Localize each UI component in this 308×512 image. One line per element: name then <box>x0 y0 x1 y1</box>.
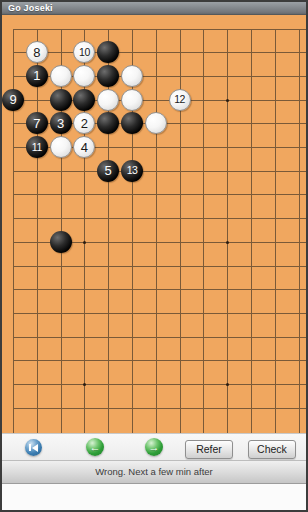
stone-black <box>50 89 72 111</box>
grid-line-v <box>37 29 38 434</box>
stone-black-move-7: 7 <box>26 112 48 134</box>
stone-black-move-3: 3 <box>50 112 72 134</box>
grid-line-h <box>13 337 306 338</box>
skip-to-start-icon <box>29 444 38 452</box>
grid-line-h <box>13 29 306 30</box>
grid-line-v <box>299 29 300 434</box>
move-number: 13 <box>127 165 138 176</box>
grid-line-v <box>275 29 276 434</box>
star-point <box>226 99 229 102</box>
stone-black-move-13: 13 <box>121 160 143 182</box>
stone-white-move-10: 10 <box>73 41 95 63</box>
nav-bar: ← → Refer Check <box>2 433 306 460</box>
grid-line-h <box>13 384 306 385</box>
stone-white-move-8: 8 <box>26 41 48 63</box>
stone-black <box>97 112 119 134</box>
grid-line-v <box>156 29 157 434</box>
grid-line-h <box>13 408 306 409</box>
next-move-button[interactable]: → <box>145 438 163 456</box>
stone-white <box>50 65 72 87</box>
move-number: 7 <box>33 117 40 130</box>
move-number: 1 <box>33 69 40 82</box>
grid-line-v <box>203 29 204 434</box>
stone-white <box>121 89 143 111</box>
stone-black <box>97 65 119 87</box>
arrow-right-icon: → <box>149 442 160 453</box>
move-number: 10 <box>79 47 90 58</box>
move-number: 11 <box>32 142 42 153</box>
refer-button[interactable]: Refer <box>185 440 233 459</box>
stone-black-move-11: 11 <box>26 136 48 158</box>
move-number: 8 <box>33 46 40 59</box>
stone-white <box>97 89 119 111</box>
grid-line-v <box>227 29 228 434</box>
grid-line-h <box>13 313 306 314</box>
stone-black <box>121 112 143 134</box>
check-button[interactable]: Check <box>248 440 296 459</box>
status-bar: Wrong. Next a few min after <box>2 460 306 484</box>
stone-black <box>97 41 119 63</box>
star-point <box>226 383 229 386</box>
stone-white-move-12: 12 <box>169 89 191 111</box>
star-point <box>226 241 229 244</box>
stone-white-move-2: 2 <box>73 112 95 134</box>
stone-white <box>50 136 72 158</box>
title-bar: Go Joseki <box>2 2 306 15</box>
first-move-button[interactable] <box>25 439 42 456</box>
stone-white <box>121 65 143 87</box>
grid-line-v <box>251 29 252 434</box>
move-number: 3 <box>57 117 64 130</box>
grid-line-h <box>13 289 306 290</box>
grid-line-h <box>13 171 306 172</box>
app-title: Go Joseki <box>2 2 306 14</box>
app-window: Go Joseki 8101912732114513 ← → Refer Che… <box>0 0 308 512</box>
grid-line-h <box>13 360 306 361</box>
arrow-left-icon: ← <box>90 442 101 453</box>
grid-line-h <box>13 194 306 195</box>
grid-line-h <box>13 52 306 53</box>
star-point <box>83 241 86 244</box>
star-point <box>83 383 86 386</box>
move-number: 5 <box>105 164 112 177</box>
stone-black-move-1: 1 <box>26 65 48 87</box>
prev-move-button[interactable]: ← <box>86 438 104 456</box>
status-message: Wrong. Next a few min after <box>95 466 213 477</box>
stone-black <box>73 89 95 111</box>
grid-line-h <box>13 266 306 267</box>
goban[interactable]: 8101912732114513 <box>2 15 306 433</box>
move-number: 12 <box>174 94 185 105</box>
grid-line-h <box>13 218 306 219</box>
move-number: 2 <box>81 117 88 130</box>
bottom-spacer <box>2 484 306 510</box>
stone-white-move-4: 4 <box>73 136 95 158</box>
stone-white <box>73 65 95 87</box>
stone-black <box>50 231 72 253</box>
stone-black-move-9: 9 <box>2 89 24 111</box>
stone-black-move-5: 5 <box>97 160 119 182</box>
move-number: 9 <box>9 93 16 106</box>
stone-white <box>145 112 167 134</box>
move-number: 4 <box>81 141 88 154</box>
